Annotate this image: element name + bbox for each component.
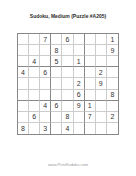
empty-cell-r9c8[interactable] [96,123,107,134]
given-cell-r2c9: 9 [107,45,118,56]
given-cell-r6c6: 6 [74,90,85,101]
given-cell-r1c9: 1 [107,34,118,45]
given-cell-r2c4: 8 [51,45,62,56]
empty-cell-r6c8[interactable] [96,90,107,101]
given-cell-r8c5: 8 [62,112,73,123]
given-cell-r5c6: 2 [74,78,85,89]
empty-cell-r5c9[interactable] [107,78,118,89]
empty-cell-r8c8[interactable] [96,112,107,123]
empty-cell-r4c7[interactable] [85,67,96,78]
empty-cell-r7c2[interactable] [29,101,40,112]
empty-cell-r4c9[interactable] [107,67,118,78]
given-cell-r1c3: 7 [40,34,51,45]
empty-cell-r4c5[interactable] [62,67,73,78]
given-cell-r8c7: 7 [85,112,96,123]
empty-cell-r1c1[interactable] [18,34,29,45]
empty-cell-r8c6[interactable] [74,112,85,123]
empty-cell-r7c5[interactable] [62,101,73,112]
empty-cell-r9c6[interactable] [74,123,85,134]
empty-cell-r6c7[interactable] [85,90,96,101]
empty-cell-r2c1[interactable] [18,45,29,56]
empty-cell-r7c9[interactable] [107,101,118,112]
given-cell-r9c1: 8 [18,123,29,134]
empty-cell-r3c5[interactable] [62,56,73,67]
given-cell-r7c7: 1 [85,101,96,112]
empty-cell-r6c2[interactable] [29,90,40,101]
given-cell-r3c4: 5 [51,56,62,67]
given-cell-r4c1: 4 [18,67,29,78]
puzzle-title: Sudoku, Medium (Puzzle #A205) [0,13,136,20]
given-cell-r1c5: 6 [62,34,73,45]
empty-cell-r3c7[interactable] [85,56,96,67]
empty-cell-r2c2[interactable] [29,45,40,56]
empty-cell-r8c3[interactable] [40,112,51,123]
sudoku-page: Sudoku, Medium (Puzzle #A205) 7618945146… [0,0,136,176]
empty-cell-r6c1[interactable] [18,90,29,101]
empty-cell-r1c4[interactable] [51,34,62,45]
given-cell-r8c2: 6 [29,112,40,123]
given-cell-r9c5: 4 [62,123,73,134]
given-cell-r6c9: 8 [107,90,118,101]
empty-cell-r2c8[interactable] [96,45,107,56]
empty-cell-r1c2[interactable] [29,34,40,45]
empty-cell-r2c5[interactable] [62,45,73,56]
empty-cell-r5c7[interactable] [85,78,96,89]
empty-cell-r5c4[interactable] [51,78,62,89]
empty-cell-r3c1[interactable] [18,56,29,67]
empty-cell-r6c5[interactable] [62,90,73,101]
empty-cell-r5c2[interactable] [29,78,40,89]
empty-cell-r1c7[interactable] [85,34,96,45]
given-cell-r5c8: 9 [96,78,107,89]
given-cell-r7c6: 9 [74,101,85,112]
empty-cell-r3c9[interactable] [107,56,118,67]
empty-cell-r5c1[interactable] [18,78,29,89]
empty-cell-r9c9[interactable] [107,123,118,134]
empty-cell-r9c4[interactable] [51,123,62,134]
empty-cell-r1c8[interactable] [96,34,107,45]
given-cell-r3c2: 4 [29,56,40,67]
given-cell-r9c3: 3 [40,123,51,134]
given-cell-r7c3: 4 [40,101,51,112]
footer-url: www.PrintSudoku.com [0,162,136,167]
empty-cell-r5c5[interactable] [62,78,73,89]
empty-cell-r7c1[interactable] [18,101,29,112]
given-cell-r4c8: 2 [96,67,107,78]
empty-cell-r9c2[interactable] [29,123,40,134]
given-cell-r8c9: 2 [107,112,118,123]
empty-cell-r3c3[interactable] [40,56,51,67]
empty-cell-r7c8[interactable] [96,101,107,112]
empty-cell-r5c3[interactable] [40,78,51,89]
given-cell-r4c3: 6 [40,67,51,78]
empty-cell-r8c1[interactable] [18,112,29,123]
empty-cell-r1c6[interactable] [74,34,85,45]
empty-cell-r2c7[interactable] [85,45,96,56]
empty-cell-r9c7[interactable] [85,123,96,134]
sudoku-grid: 76189451462296846916872834 [17,33,119,135]
empty-cell-r8c4[interactable] [51,112,62,123]
empty-cell-r4c2[interactable] [29,67,40,78]
empty-cell-r2c3[interactable] [40,45,51,56]
empty-cell-r2c6[interactable] [74,45,85,56]
empty-cell-r6c4[interactable] [51,90,62,101]
empty-cell-r4c6[interactable] [74,67,85,78]
empty-cell-r3c8[interactable] [96,56,107,67]
given-cell-r7c4: 6 [51,101,62,112]
empty-cell-r4c4[interactable] [51,67,62,78]
given-cell-r3c6: 1 [74,56,85,67]
empty-cell-r6c3[interactable] [40,90,51,101]
